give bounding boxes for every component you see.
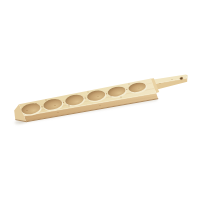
wood-speckle bbox=[36, 103, 37, 104]
wood-speckle bbox=[69, 105, 70, 106]
product-photo-canvas bbox=[0, 0, 200, 200]
wood-speckle bbox=[121, 97, 122, 98]
wood-speckle bbox=[100, 105, 101, 106]
wood-speckle bbox=[98, 96, 99, 97]
wood-speckle bbox=[63, 102, 64, 103]
wood-speckle bbox=[88, 92, 89, 93]
wood-speckle bbox=[111, 96, 112, 97]
wood-speckle bbox=[160, 83, 161, 84]
wood-speckle bbox=[46, 99, 47, 100]
wood-speckle bbox=[172, 79, 173, 80]
wood-speckle bbox=[139, 88, 140, 89]
wood-speckle bbox=[55, 105, 56, 106]
wood-speckle bbox=[85, 97, 86, 98]
wood-speckle bbox=[106, 93, 107, 94]
wood-speckle bbox=[41, 106, 42, 107]
wood-speckle bbox=[27, 110, 28, 111]
flight-paddle-photo bbox=[0, 0, 200, 200]
hanging-hole-opening bbox=[180, 77, 184, 80]
wood-speckle bbox=[58, 112, 59, 113]
hanging-hole bbox=[180, 77, 184, 80]
wood-speckle bbox=[129, 84, 130, 85]
wood-speckle bbox=[126, 89, 127, 90]
